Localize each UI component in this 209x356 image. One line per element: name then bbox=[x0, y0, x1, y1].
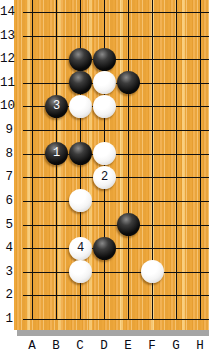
grid-line bbox=[23, 248, 209, 249]
grid-line bbox=[23, 130, 209, 131]
move-number: 4 bbox=[69, 237, 92, 260]
col-label: E bbox=[120, 339, 136, 353]
col-label: D bbox=[96, 339, 112, 353]
col-label: F bbox=[144, 339, 160, 353]
go-diagram: 1234567891011121314 ABCDEFGH 3124 bbox=[0, 0, 209, 356]
grid-line bbox=[176, 0, 177, 320]
move-number: 1 bbox=[45, 142, 68, 165]
stone-black[interactable] bbox=[69, 48, 92, 71]
grid-line bbox=[23, 295, 209, 296]
board-edge-shadow bbox=[17, 330, 209, 336]
grid-line bbox=[23, 177, 209, 178]
row-label: 12 bbox=[0, 52, 13, 66]
row-label: 6 bbox=[0, 194, 13, 208]
row-label: 5 bbox=[0, 218, 13, 232]
stone-black[interactable] bbox=[117, 71, 140, 94]
stone-white[interactable] bbox=[93, 142, 116, 165]
row-label: 10 bbox=[0, 99, 13, 113]
stone-black[interactable]: 1 bbox=[45, 142, 68, 165]
stone-white[interactable] bbox=[69, 95, 92, 118]
grid-line bbox=[23, 225, 209, 226]
row-label: 7 bbox=[0, 170, 13, 184]
row-label: 13 bbox=[0, 29, 13, 43]
stone-white[interactable] bbox=[69, 189, 92, 212]
stone-white[interactable]: 4 bbox=[69, 237, 92, 260]
grid-line bbox=[23, 59, 209, 60]
stone-black[interactable] bbox=[117, 213, 140, 236]
row-label: 4 bbox=[0, 241, 13, 255]
row-label: 3 bbox=[0, 265, 13, 279]
stone-white[interactable] bbox=[93, 95, 116, 118]
stone-white[interactable]: 2 bbox=[93, 166, 116, 189]
stone-white[interactable] bbox=[93, 71, 116, 94]
stone-white[interactable] bbox=[141, 260, 164, 283]
col-label: H bbox=[192, 339, 208, 353]
stone-white[interactable] bbox=[69, 260, 92, 283]
stone-black[interactable] bbox=[93, 237, 116, 260]
col-label: A bbox=[24, 339, 40, 353]
stone-black[interactable] bbox=[93, 48, 116, 71]
grid-line bbox=[23, 36, 209, 37]
grid-line bbox=[200, 0, 201, 320]
col-label: C bbox=[72, 339, 88, 353]
col-label: B bbox=[48, 339, 64, 353]
move-number: 2 bbox=[93, 166, 116, 189]
grid-line bbox=[128, 0, 129, 320]
grid-line bbox=[23, 12, 209, 13]
grid-line bbox=[23, 319, 209, 320]
row-label: 1 bbox=[0, 312, 13, 326]
stone-black[interactable] bbox=[69, 71, 92, 94]
move-number: 3 bbox=[45, 95, 68, 118]
col-label: G bbox=[168, 339, 184, 353]
grid-line bbox=[23, 83, 209, 84]
row-label: 8 bbox=[0, 147, 13, 161]
stone-black[interactable]: 3 bbox=[45, 95, 68, 118]
row-label: 14 bbox=[0, 5, 13, 19]
grid-line bbox=[23, 272, 209, 273]
grid-line bbox=[32, 0, 33, 320]
stone-black[interactable] bbox=[69, 142, 92, 165]
row-label: 11 bbox=[0, 76, 13, 90]
row-label: 2 bbox=[0, 288, 13, 302]
grid-line bbox=[23, 201, 209, 202]
row-label: 9 bbox=[0, 123, 13, 137]
